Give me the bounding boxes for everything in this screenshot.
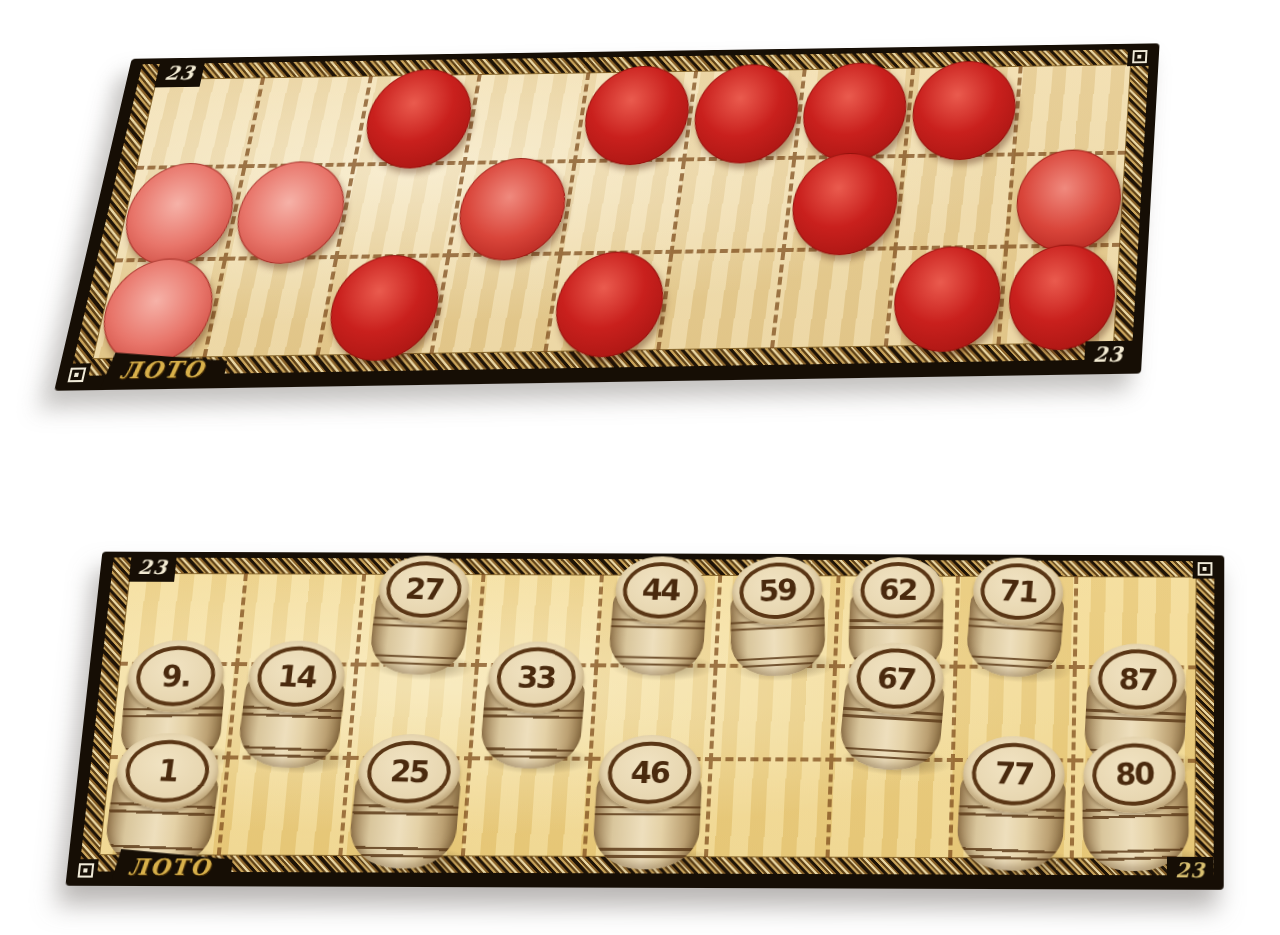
barrel-number: 71 xyxy=(998,575,1038,606)
barrel-number: 62 xyxy=(879,576,917,605)
barrel-number: 80 xyxy=(1115,759,1154,790)
cell-r1-c2[interactable] xyxy=(246,76,373,168)
barrel-number-ring: 33 xyxy=(494,647,578,708)
red-chip[interactable] xyxy=(93,257,222,365)
cell-r1-c6[interactable] xyxy=(686,69,806,161)
cell-r3-c9[interactable] xyxy=(1001,247,1120,345)
barrel-number: 77 xyxy=(994,758,1034,790)
bottom-card: 23 ЛОТО 23 27445962719.14336787125467780 xyxy=(65,552,1224,890)
cell-r3-c3[interactable] xyxy=(320,258,450,356)
cell-r2-c7[interactable]: 67 xyxy=(834,668,957,763)
barrel-number-ring: 14 xyxy=(254,646,340,709)
barrel-33[interactable]: 33 xyxy=(478,641,589,770)
loto-logo: ЛОТО xyxy=(118,355,208,383)
barrel-1[interactable]: 1 xyxy=(101,731,225,870)
barrel-46[interactable]: 46 xyxy=(591,735,704,870)
top-card-number-top-left: 23 xyxy=(154,60,205,87)
loto-logo: ЛОТО xyxy=(127,853,213,880)
cell-r3-c3[interactable]: 25 xyxy=(343,760,472,856)
red-chip[interactable] xyxy=(452,157,573,261)
red-chip[interactable] xyxy=(578,66,695,167)
cell-r2-c4[interactable] xyxy=(450,163,576,258)
cell-r1-c7[interactable] xyxy=(796,68,915,160)
barrel-number: 33 xyxy=(516,663,556,693)
corner-square-icon xyxy=(1193,558,1217,578)
barrel-number: 59 xyxy=(759,575,797,606)
bottom-card-number-bottom-right: 23 xyxy=(1167,857,1214,886)
barrel-number-ring: 87 xyxy=(1096,648,1178,711)
red-chip[interactable] xyxy=(787,152,902,256)
cell-r3-c9[interactable]: 80 xyxy=(1074,763,1196,859)
cell-r2-c5[interactable] xyxy=(562,161,686,256)
barrel-number: 67 xyxy=(876,663,916,695)
barrel-number-ring: 62 xyxy=(859,562,935,619)
cell-r1-c8[interactable]: 71 xyxy=(957,576,1078,669)
bottom-card-ornament-frame: 27445962719.14336787125467780 xyxy=(79,557,1214,875)
barrel-number-ring: 71 xyxy=(978,561,1057,622)
red-chip[interactable] xyxy=(1013,149,1124,253)
corner-square-icon xyxy=(72,859,99,881)
cell-r3-c6[interactable] xyxy=(708,761,834,857)
cell-r1-c6[interactable]: 59 xyxy=(718,575,841,668)
barrel-14[interactable]: 14 xyxy=(235,639,351,770)
barrel-number-ring: 77 xyxy=(970,741,1057,807)
barrel-number: 25 xyxy=(388,757,429,788)
barrel-number: 44 xyxy=(641,575,680,605)
barrel-number: 46 xyxy=(630,758,670,788)
barrel-number: 9. xyxy=(160,662,191,692)
corner-square-icon xyxy=(1127,46,1152,66)
red-chip[interactable] xyxy=(1005,244,1118,351)
cell-r2-c8[interactable] xyxy=(897,156,1016,251)
barrel-67[interactable]: 67 xyxy=(838,640,949,773)
red-chip[interactable] xyxy=(688,64,803,165)
barrel-number-ring: 44 xyxy=(621,561,700,619)
barrel-number-ring: 1 xyxy=(122,738,213,804)
cell-r3-c2[interactable] xyxy=(206,259,338,357)
top-card-number-bottom-right: 23 xyxy=(1084,341,1133,371)
barrel-number-ring: 25 xyxy=(364,740,453,805)
red-chip[interactable] xyxy=(228,161,353,265)
barrel-number-ring: 59 xyxy=(740,560,815,620)
cell-r3-c7[interactable] xyxy=(830,762,954,858)
top-card-ornament-frame xyxy=(70,49,1150,376)
cell-r3-c5[interactable] xyxy=(547,254,674,352)
cell-r1-c8[interactable] xyxy=(906,66,1023,158)
cell-r3-c8[interactable]: 77 xyxy=(952,762,1075,858)
red-chip[interactable] xyxy=(549,250,670,357)
cell-r2-c3[interactable] xyxy=(338,164,466,259)
red-chip[interactable] xyxy=(908,61,1019,162)
cell-r2-c2[interactable]: 14 xyxy=(230,666,359,760)
cell-r1-c3[interactable]: 27 xyxy=(359,574,485,667)
cell-r3-c1[interactable]: 1 xyxy=(99,759,230,855)
cell-r1-c4[interactable] xyxy=(466,72,590,164)
cell-r3-c7[interactable] xyxy=(774,251,897,349)
cell-r2-c2[interactable] xyxy=(226,166,356,261)
barrel-77[interactable]: 77 xyxy=(955,734,1069,873)
red-chip[interactable] xyxy=(116,162,243,266)
cell-r3-c4[interactable] xyxy=(434,256,562,354)
red-chip[interactable] xyxy=(889,245,1004,352)
barrel-number-ring: 46 xyxy=(606,741,693,804)
cell-r3-c5[interactable]: 46 xyxy=(586,761,713,857)
cell-r3-c4[interactable] xyxy=(465,761,593,857)
cell-r3-c2[interactable] xyxy=(221,760,351,856)
bottom-card-number-top-left: 23 xyxy=(129,555,177,582)
barrel-59[interactable]: 59 xyxy=(730,554,826,678)
bottom-card-grid: 27445962719.14336787125467780 xyxy=(99,573,1196,859)
barrel-25[interactable]: 25 xyxy=(346,733,465,870)
cell-r2-c4[interactable]: 33 xyxy=(472,667,599,761)
cell-r1-c3[interactable] xyxy=(356,74,482,166)
top-card-grid xyxy=(92,64,1131,359)
cell-r2-c6[interactable] xyxy=(674,159,797,254)
barrel-number-ring: 80 xyxy=(1092,742,1177,808)
cell-r2-c9[interactable] xyxy=(1008,154,1125,249)
cell-r3-c6[interactable] xyxy=(661,252,786,350)
barrel-44[interactable]: 44 xyxy=(607,555,710,676)
red-chip[interactable] xyxy=(321,254,446,361)
cell-r1-c9[interactable] xyxy=(1016,64,1131,156)
barrel-number: 27 xyxy=(403,574,444,605)
top-card: 23 ЛОТО 23 xyxy=(54,43,1159,390)
cell-r1-c5[interactable] xyxy=(576,71,698,163)
barrel-number: 14 xyxy=(276,661,317,692)
cell-r2-c7[interactable] xyxy=(785,158,906,253)
barrel-80[interactable]: 80 xyxy=(1081,735,1191,873)
red-chip[interactable] xyxy=(798,62,911,163)
barrel-number-ring: 9. xyxy=(134,646,218,707)
cell-r3-c8[interactable] xyxy=(887,249,1008,347)
barrel-27[interactable]: 27 xyxy=(367,553,475,676)
cell-r1-c1[interactable] xyxy=(136,77,265,169)
barrel-number: 87 xyxy=(1118,664,1157,695)
cell-r3-c1[interactable] xyxy=(92,261,226,359)
red-chip[interactable] xyxy=(358,69,479,170)
barrel-71[interactable]: 71 xyxy=(964,555,1067,679)
barrel-number-ring: 67 xyxy=(854,647,938,711)
cell-r1-c5[interactable]: 44 xyxy=(598,575,722,668)
barrel-number-ring: 27 xyxy=(383,559,464,618)
corner-square-icon xyxy=(62,363,92,385)
cell-r2-c1[interactable] xyxy=(114,168,246,263)
barrel-number: 1 xyxy=(156,756,179,787)
